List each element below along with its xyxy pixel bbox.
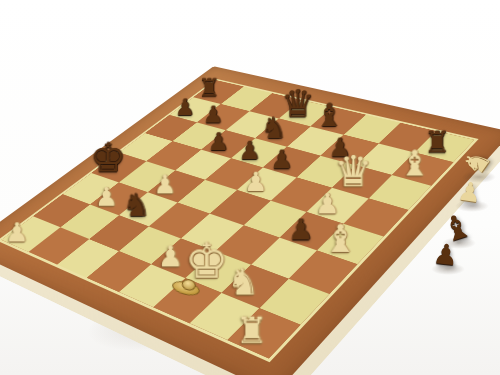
piece-dark-pawn-b7: ♟ xyxy=(203,103,224,126)
piece-light-queen-g6: ♛ xyxy=(334,151,372,194)
piece-light-pawn-e5: ♟ xyxy=(244,169,268,195)
piece-dark-pawn-e6: ♟ xyxy=(270,147,293,173)
piece-light-pawn-g5: ♟ xyxy=(315,190,340,218)
piece-dark-king-a4: ♚ xyxy=(90,138,126,178)
captured-light-pawn: ♟ xyxy=(456,178,483,207)
captured-dark-pawn: ♟ xyxy=(432,240,460,270)
square-h7: ♝ xyxy=(392,152,453,185)
piece-light-knight-g2: ♞ xyxy=(227,264,259,300)
piece-light-pawn-b3: ♟ xyxy=(95,184,118,210)
piece-dark-pawn-g4: ♟ xyxy=(288,215,314,244)
piece-light-pawn-e2: ♟ xyxy=(158,242,184,271)
piece-dark-pawn-a7: ♟ xyxy=(175,96,195,119)
piece-light-rook-h1: ♜ xyxy=(235,313,267,349)
piece-light-bishop-h7: ♝ xyxy=(399,145,431,180)
piece-light-pawn-c4: ♟ xyxy=(154,171,177,197)
chess-photo: ♜♛♝♜♟♟♞♟♝♟♟♟♛♟♟♚♟♟♝♟♞♟♚♞♟♜ ♞♟♝♟ xyxy=(0,0,500,375)
piece-dark-knight-d7: ♞ xyxy=(261,113,287,142)
piece-light-pawn-a1: ♟ xyxy=(5,219,29,245)
piece-dark-pawn-d6: ♟ xyxy=(238,138,260,163)
piece-light-bishop-h4: ♝ xyxy=(323,219,358,258)
piece-dark-rook-a8: ♜ xyxy=(198,76,220,101)
piece-dark-pawn-c6: ♟ xyxy=(207,130,229,154)
piece-dark-knight-c3: ♞ xyxy=(123,189,151,220)
piece-dark-bishop-e8: ♝ xyxy=(315,99,344,131)
